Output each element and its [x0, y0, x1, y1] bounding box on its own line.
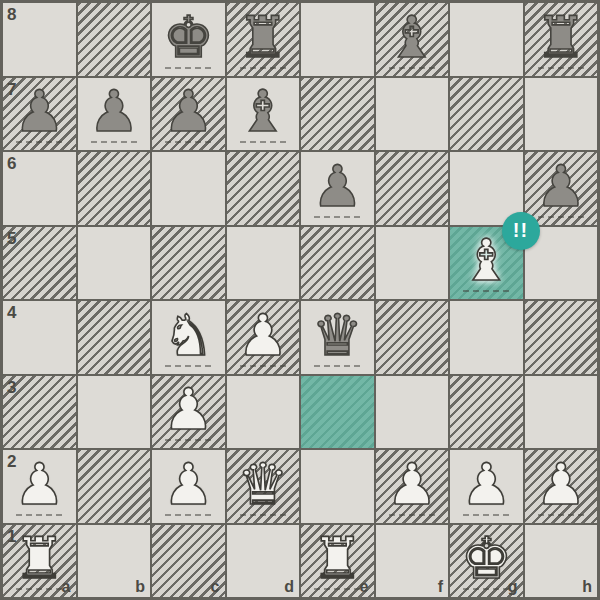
black-pawn-piece[interactable]: ♟ — [301, 152, 374, 225]
square-a4[interactable]: 4 — [2, 300, 77, 375]
square-a6[interactable]: 6 — [2, 151, 77, 226]
square-f6[interactable] — [375, 151, 450, 226]
square-c7[interactable]: ♟ — [151, 77, 226, 152]
white-pawn-piece[interactable]: ♟ — [152, 450, 225, 523]
square-e8[interactable] — [300, 2, 375, 77]
square-g2[interactable]: ♟ — [449, 449, 524, 524]
square-e4[interactable]: ♛ — [300, 300, 375, 375]
square-h2[interactable]: ♟ — [524, 449, 599, 524]
square-c5[interactable] — [151, 226, 226, 301]
square-c2[interactable]: ♟ — [151, 449, 226, 524]
white-queen-piece[interactable]: ♛ — [227, 450, 300, 523]
square-f4[interactable] — [375, 300, 450, 375]
square-e6[interactable]: ♟ — [300, 151, 375, 226]
black-rook-piece[interactable]: ♜ — [227, 3, 300, 76]
square-a1[interactable]: 1a♜ — [2, 524, 77, 599]
file-label: d — [284, 578, 294, 596]
square-b1[interactable]: b — [77, 524, 152, 599]
square-c3[interactable]: ♟ — [151, 375, 226, 450]
square-h6[interactable]: ♟ — [524, 151, 599, 226]
square-f1[interactable]: f — [375, 524, 450, 599]
square-g3[interactable] — [449, 375, 524, 450]
square-b2[interactable] — [77, 449, 152, 524]
square-d7[interactable]: ♝ — [226, 77, 301, 152]
square-h8[interactable]: ♜ — [524, 2, 599, 77]
square-b3[interactable] — [77, 375, 152, 450]
square-e7[interactable] — [300, 77, 375, 152]
square-f2[interactable]: ♟ — [375, 449, 450, 524]
square-d5[interactable] — [226, 226, 301, 301]
file-label: b — [135, 578, 145, 596]
black-pawn-piece[interactable]: ♟ — [3, 78, 76, 151]
square-g4[interactable] — [449, 300, 524, 375]
square-h3[interactable] — [524, 375, 599, 450]
square-f3[interactable] — [375, 375, 450, 450]
square-g7[interactable] — [449, 77, 524, 152]
black-rook-piece[interactable]: ♜ — [525, 3, 598, 76]
white-pawn-piece[interactable]: ♟ — [525, 450, 598, 523]
white-pawn-piece[interactable]: ♟ — [152, 376, 225, 449]
square-e2[interactable] — [300, 449, 375, 524]
brilliant-move-badge: !! — [502, 212, 540, 250]
file-label: c — [211, 578, 220, 596]
square-c8[interactable]: ♚ — [151, 2, 226, 77]
rank-label: 6 — [7, 154, 16, 174]
square-b6[interactable] — [77, 151, 152, 226]
white-pawn-piece[interactable]: ♟ — [450, 450, 523, 523]
square-f5[interactable] — [375, 226, 450, 301]
square-a8[interactable]: 8 — [2, 2, 77, 77]
white-pawn-piece[interactable]: ♟ — [3, 450, 76, 523]
black-queen-piece[interactable]: ♛ — [301, 301, 374, 374]
square-d8[interactable]: ♜ — [226, 2, 301, 77]
square-h7[interactable] — [524, 77, 599, 152]
square-a3[interactable]: 3 — [2, 375, 77, 450]
white-rook-piece[interactable]: ♜ — [301, 525, 374, 598]
rank-label: 5 — [7, 229, 16, 249]
square-h1[interactable]: h — [524, 524, 599, 599]
square-e1[interactable]: e♜ — [300, 524, 375, 599]
square-b4[interactable] — [77, 300, 152, 375]
square-c6[interactable] — [151, 151, 226, 226]
square-d6[interactable] — [226, 151, 301, 226]
black-bishop-piece[interactable]: ♝ — [376, 3, 449, 76]
white-pawn-piece[interactable]: ♟ — [376, 450, 449, 523]
square-g8[interactable] — [449, 2, 524, 77]
black-pawn-piece[interactable]: ♟ — [78, 78, 151, 151]
square-f7[interactable] — [375, 77, 450, 152]
chess-board: 8♚♜♝♜7♟♟♟♝6♟♟5♝!!4♞♟♛3♟2♟♟♛♟♟♟1a♜bcde♜fg… — [0, 0, 600, 600]
square-b5[interactable] — [77, 226, 152, 301]
black-bishop-piece[interactable]: ♝ — [227, 78, 300, 151]
white-king-piece[interactable]: ♚ — [450, 525, 523, 598]
square-b7[interactable]: ♟ — [77, 77, 152, 152]
rank-label: 8 — [7, 5, 16, 25]
square-d3[interactable] — [226, 375, 301, 450]
black-pawn-piece[interactable]: ♟ — [152, 78, 225, 151]
square-f8[interactable]: ♝ — [375, 2, 450, 77]
square-c4[interactable]: ♞ — [151, 300, 226, 375]
white-knight-piece[interactable]: ♞ — [152, 301, 225, 374]
rank-label: 3 — [7, 378, 16, 398]
square-g5[interactable]: ♝!! — [449, 226, 524, 301]
rank-label: 4 — [7, 303, 16, 323]
square-d4[interactable]: ♟ — [226, 300, 301, 375]
white-pawn-piece[interactable]: ♟ — [227, 301, 300, 374]
square-h4[interactable] — [524, 300, 599, 375]
black-king-piece[interactable]: ♚ — [152, 3, 225, 76]
square-e3[interactable] — [300, 375, 375, 450]
white-rook-piece[interactable]: ♜ — [3, 525, 76, 598]
square-b8[interactable] — [77, 2, 152, 77]
square-c1[interactable]: c — [151, 524, 226, 599]
black-pawn-piece[interactable]: ♟ — [525, 152, 598, 225]
square-a2[interactable]: 2♟ — [2, 449, 77, 524]
square-d1[interactable]: d — [226, 524, 301, 599]
file-label: h — [582, 578, 592, 596]
square-g1[interactable]: g♚ — [449, 524, 524, 599]
square-d2[interactable]: ♛ — [226, 449, 301, 524]
file-label: f — [438, 578, 443, 596]
square-a7[interactable]: 7♟ — [2, 77, 77, 152]
square-a5[interactable]: 5 — [2, 226, 77, 301]
square-e5[interactable] — [300, 226, 375, 301]
